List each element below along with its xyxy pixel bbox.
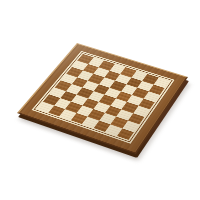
chess-board	[17, 43, 188, 154]
board-grid	[37, 54, 169, 140]
product-photo-scene	[0, 0, 200, 200]
